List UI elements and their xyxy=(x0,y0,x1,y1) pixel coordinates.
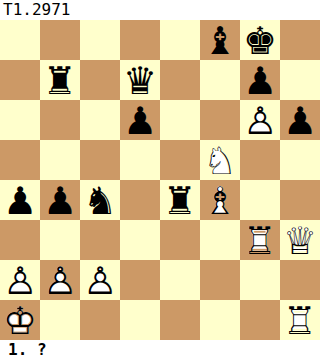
puzzle-title-bar: T1.2971 xyxy=(0,0,320,20)
white-pawn[interactable]: ♙ xyxy=(80,260,120,300)
square-f4[interactable]: ♝♗ xyxy=(200,180,240,220)
black-rook[interactable]: ♜ xyxy=(160,180,200,220)
square-a8[interactable] xyxy=(0,20,40,60)
square-h3[interactable]: ♛♕ xyxy=(280,220,320,260)
white-king[interactable]: ♔ xyxy=(0,300,40,340)
square-g6[interactable]: ♟♙ xyxy=(240,100,280,140)
square-b1[interactable] xyxy=(40,300,80,340)
black-pawn[interactable]: ♟ xyxy=(120,100,160,140)
square-b2[interactable]: ♟♙ xyxy=(40,260,80,300)
square-d7[interactable]: ♛ xyxy=(120,60,160,100)
square-d1[interactable] xyxy=(120,300,160,340)
black-king[interactable]: ♚ xyxy=(240,20,280,60)
square-g5[interactable] xyxy=(240,140,280,180)
square-c1[interactable] xyxy=(80,300,120,340)
square-f5[interactable]: ♞♘ xyxy=(200,140,240,180)
square-e6[interactable] xyxy=(160,100,200,140)
square-b7[interactable]: ♜ xyxy=(40,60,80,100)
black-pawn[interactable]: ♟ xyxy=(280,100,320,140)
white-pawn[interactable]: ♙ xyxy=(40,260,80,300)
square-e5[interactable] xyxy=(160,140,200,180)
black-rook[interactable]: ♜ xyxy=(40,60,80,100)
white-pawn-fill: ♟ xyxy=(80,260,120,300)
square-g8[interactable]: ♚ xyxy=(240,20,280,60)
square-g2[interactable] xyxy=(240,260,280,300)
black-pawn[interactable]: ♟ xyxy=(0,180,40,220)
black-pawn[interactable]: ♟ xyxy=(40,180,80,220)
square-a7[interactable] xyxy=(0,60,40,100)
square-f8[interactable]: ♝ xyxy=(200,20,240,60)
square-e4[interactable]: ♜ xyxy=(160,180,200,220)
square-h4[interactable] xyxy=(280,180,320,220)
white-rook[interactable]: ♖ xyxy=(280,300,320,340)
square-g4[interactable] xyxy=(240,180,280,220)
square-f3[interactable] xyxy=(200,220,240,260)
chess-board: ♝♚♜♛♟♟♟♙♟♞♘♟♟♞♜♝♗♜♖♛♕♟♙♟♙♟♙♚♔♜♖ xyxy=(0,20,320,340)
square-d3[interactable] xyxy=(120,220,160,260)
square-c2[interactable]: ♟♙ xyxy=(80,260,120,300)
square-e3[interactable] xyxy=(160,220,200,260)
white-rook[interactable]: ♖ xyxy=(240,220,280,260)
square-b5[interactable] xyxy=(40,140,80,180)
white-pawn[interactable]: ♙ xyxy=(0,260,40,300)
black-pawn[interactable]: ♟ xyxy=(240,60,280,100)
white-bishop-fill: ♝ xyxy=(200,180,240,220)
white-pawn-fill: ♟ xyxy=(240,100,280,140)
square-e1[interactable] xyxy=(160,300,200,340)
square-a4[interactable]: ♟ xyxy=(0,180,40,220)
square-a5[interactable] xyxy=(0,140,40,180)
square-d5[interactable] xyxy=(120,140,160,180)
square-c4[interactable]: ♞ xyxy=(80,180,120,220)
black-knight[interactable]: ♞ xyxy=(80,180,120,220)
square-f6[interactable] xyxy=(200,100,240,140)
square-e8[interactable] xyxy=(160,20,200,60)
square-d2[interactable] xyxy=(120,260,160,300)
move-prompt-bar: 1. ? xyxy=(0,340,320,360)
square-h6[interactable]: ♟ xyxy=(280,100,320,140)
square-d4[interactable] xyxy=(120,180,160,220)
black-queen[interactable]: ♛ xyxy=(120,60,160,100)
puzzle-id: T1.2971 xyxy=(0,0,70,19)
move-prompt: 1. ? xyxy=(0,340,47,360)
square-f1[interactable] xyxy=(200,300,240,340)
square-h7[interactable] xyxy=(280,60,320,100)
square-h5[interactable] xyxy=(280,140,320,180)
square-c6[interactable] xyxy=(80,100,120,140)
square-g3[interactable]: ♜♖ xyxy=(240,220,280,260)
white-pawn[interactable]: ♙ xyxy=(240,100,280,140)
square-c3[interactable] xyxy=(80,220,120,260)
white-knight[interactable]: ♘ xyxy=(200,140,240,180)
white-rook-fill: ♜ xyxy=(240,220,280,260)
square-c7[interactable] xyxy=(80,60,120,100)
square-g7[interactable]: ♟ xyxy=(240,60,280,100)
square-b3[interactable] xyxy=(40,220,80,260)
square-h8[interactable] xyxy=(280,20,320,60)
white-rook-fill: ♜ xyxy=(280,300,320,340)
white-king-fill: ♚ xyxy=(0,300,40,340)
square-a1[interactable]: ♚♔ xyxy=(0,300,40,340)
square-c5[interactable] xyxy=(80,140,120,180)
square-f2[interactable] xyxy=(200,260,240,300)
white-pawn-fill: ♟ xyxy=(40,260,80,300)
square-b8[interactable] xyxy=(40,20,80,60)
square-a3[interactable] xyxy=(0,220,40,260)
square-h2[interactable] xyxy=(280,260,320,300)
square-g1[interactable] xyxy=(240,300,280,340)
square-e7[interactable] xyxy=(160,60,200,100)
square-a6[interactable] xyxy=(0,100,40,140)
square-e2[interactable] xyxy=(160,260,200,300)
square-a2[interactable]: ♟♙ xyxy=(0,260,40,300)
white-pawn-fill: ♟ xyxy=(0,260,40,300)
square-c8[interactable] xyxy=(80,20,120,60)
square-b4[interactable]: ♟ xyxy=(40,180,80,220)
white-bishop[interactable]: ♗ xyxy=(200,180,240,220)
white-knight-fill: ♞ xyxy=(200,140,240,180)
square-b6[interactable] xyxy=(40,100,80,140)
black-bishop[interactable]: ♝ xyxy=(200,20,240,60)
square-d8[interactable] xyxy=(120,20,160,60)
white-queen[interactable]: ♕ xyxy=(280,220,320,260)
white-queen-fill: ♛ xyxy=(280,220,320,260)
square-h1[interactable]: ♜♖ xyxy=(280,300,320,340)
square-d6[interactable]: ♟ xyxy=(120,100,160,140)
square-f7[interactable] xyxy=(200,60,240,100)
